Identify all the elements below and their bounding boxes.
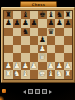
white-pawn-c2[interactable]: ♟ [21,62,30,71]
square-b3[interactable] [13,53,22,62]
square-a4[interactable] [4,45,13,54]
square-g1[interactable]: ♞ [55,70,64,79]
square-g3[interactable] [55,53,64,62]
app-title: Chess [32,3,46,7]
left-triangle-icon [23,90,26,94]
black-pawn-f7[interactable]: ♟ [47,19,56,28]
white-pawn-d2[interactable]: ♟ [30,62,39,71]
square-f8[interactable]: ♝ [47,11,56,20]
black-pawn-c7[interactable]: ♟ [21,19,30,28]
square-d6[interactable] [30,28,39,37]
square-g8[interactable]: ♞ [55,11,64,20]
corner-glow-decoration [0,96,4,100]
black-queen-f6[interactable]: ♛ [47,28,56,37]
square-h1[interactable]: ♜ [64,70,73,79]
white-pawn-g2[interactable]: ♟ [55,62,64,71]
square-d8[interactable] [30,11,39,20]
square-g7[interactable]: ♟ [55,19,64,28]
square-e3[interactable]: ♛ [38,53,47,62]
black-pawn-a7[interactable]: ♟ [4,19,13,28]
square-g6[interactable] [55,28,64,37]
square-d1[interactable] [30,70,39,79]
square-b4[interactable] [13,45,22,54]
square-c4[interactable] [21,45,30,54]
window-button-2[interactable] [35,89,40,94]
square-h7[interactable]: ♟ [64,19,73,28]
square-a2[interactable]: ♟ [4,62,13,71]
white-knight-g1[interactable]: ♞ [55,70,64,79]
square-e2[interactable] [38,62,47,71]
toolbar-icons [23,89,53,94]
square-f2[interactable]: ♟ [47,62,56,71]
square-e6[interactable] [38,28,47,37]
square-b6[interactable] [13,28,22,37]
square-e4[interactable]: ♟ [38,45,47,54]
white-rook-h1[interactable]: ♜ [64,70,73,79]
back-button[interactable] [23,90,26,94]
square-c8[interactable]: ♝ [21,11,30,20]
square-d2[interactable]: ♟ [30,62,39,71]
white-bishop-f1[interactable]: ♝ [47,70,56,79]
square-b7[interactable]: ♟ [13,19,22,28]
app-launcher-icon[interactable] [2,89,6,93]
square-h5[interactable] [64,36,73,45]
square-e7[interactable] [38,19,47,28]
black-pawn-b7[interactable]: ♟ [13,19,22,28]
square-g5[interactable] [55,36,64,45]
forward-button[interactable] [49,90,52,94]
black-pawn-d7[interactable]: ♟ [30,19,39,28]
square-icon [35,89,40,94]
white-king-e1[interactable]: ♚ [38,70,47,79]
bottom-toolbar [0,88,75,95]
square-f4[interactable] [47,45,56,54]
square-c7[interactable]: ♟ [21,19,30,28]
square-b5[interactable] [13,36,22,45]
square-c2[interactable]: ♟ [21,62,30,71]
square-h3[interactable] [64,53,73,62]
square-c3[interactable] [21,53,30,62]
square-b2[interactable]: ♟ [13,62,22,71]
square-g4[interactable] [55,45,64,54]
square-a7[interactable]: ♟ [4,19,13,28]
square-e8[interactable]: ♚ [38,11,47,20]
square-e1[interactable]: ♚ [38,70,47,79]
square-h4[interactable] [64,45,73,54]
white-pawn-a2[interactable]: ♟ [4,62,13,71]
square-a3[interactable] [4,53,13,62]
square-f1[interactable]: ♝ [47,70,56,79]
square-d7[interactable]: ♟ [30,19,39,28]
white-queen-e3[interactable]: ♛ [38,53,47,62]
square-b8[interactable] [13,11,22,20]
square-h6[interactable] [64,28,73,37]
black-pawn-e5[interactable]: ♟ [38,36,47,45]
white-pawn-e4[interactable]: ♟ [38,45,47,54]
right-triangle-icon [49,90,52,94]
square-h2[interactable]: ♟ [64,62,73,71]
square-c6[interactable]: ♞ [21,28,30,37]
square-d5[interactable] [30,36,39,45]
square-h8[interactable]: ♜ [64,11,73,20]
square-g2[interactable]: ♟ [55,62,64,71]
black-knight-c6[interactable]: ♞ [21,28,30,37]
square-c5[interactable] [21,36,30,45]
white-pawn-h2[interactable]: ♟ [64,62,73,71]
square-f7[interactable]: ♟ [47,19,56,28]
black-knight-g8[interactable]: ♞ [55,11,64,20]
square-e5[interactable]: ♟ [38,36,47,45]
white-bishop-c1[interactable]: ♝ [21,70,30,79]
chess-board-frame: ♜♝♚♝♞♜♟♟♟♟♟♟♟♞♛♟♟♛♟♟♟♟♟♟♟♜♞♝♚♝♞♜ [1,7,75,83]
white-pawn-b2[interactable]: ♟ [13,62,22,71]
black-pawn-g7[interactable]: ♟ [55,19,64,28]
square-c1[interactable]: ♝ [21,70,30,79]
black-bishop-c8[interactable]: ♝ [21,11,30,20]
black-pawn-h7[interactable]: ♟ [64,19,73,28]
square-f5[interactable] [47,36,56,45]
square-d3[interactable] [30,53,39,62]
square-a8[interactable]: ♜ [4,11,13,20]
white-rook-a1[interactable]: ♜ [4,70,13,79]
square-f6[interactable]: ♛ [47,28,56,37]
white-knight-b1[interactable]: ♞ [13,70,22,79]
square-a5[interactable] [4,36,13,45]
black-bishop-f8[interactable]: ♝ [47,11,56,20]
square-icon [42,89,47,94]
white-pawn-f2[interactable]: ♟ [47,62,56,71]
black-rook-h8[interactable]: ♜ [64,11,73,20]
square-a1[interactable]: ♜ [4,70,13,79]
square-d4[interactable] [30,45,39,54]
square-icon [28,89,33,94]
black-rook-a8[interactable]: ♜ [4,11,13,20]
square-a6[interactable] [4,28,13,37]
window-button-3[interactable] [42,89,47,94]
square-f3[interactable] [47,53,56,62]
chess-board[interactable]: ♜♝♚♝♞♜♟♟♟♟♟♟♟♞♛♟♟♛♟♟♟♟♟♟♟♜♞♝♚♝♞♜ [4,11,72,79]
square-b1[interactable]: ♞ [13,70,22,79]
app-screen: Chess ♜♝♚♝♞♜♟♟♟♟♟♟♟♞♛♟♟♛♟♟♟♟♟♟♟♜♞♝♚♝♞♜ [0,0,75,100]
black-king-e8[interactable]: ♚ [38,11,47,20]
window-button-1[interactable] [28,89,33,94]
